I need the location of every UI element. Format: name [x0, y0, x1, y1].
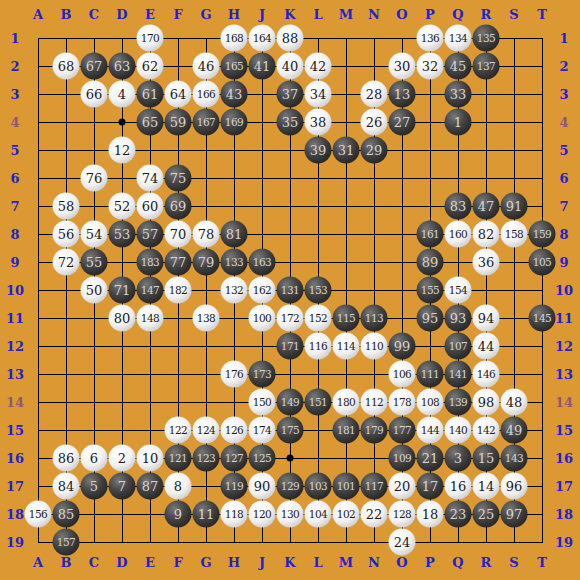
column-label-top-b: B [61, 8, 72, 21]
move-number: 94 [478, 312, 495, 325]
stone-black-c9-move-55: 55 [81, 249, 108, 276]
stone-white-k11-move-172: 172 [277, 305, 304, 332]
stone-black-q7-move-83: 83 [445, 193, 472, 220]
stone-white-r11-move-94: 94 [473, 305, 500, 332]
move-number: 78 [198, 228, 215, 241]
stone-black-c17-move-5: 5 [81, 473, 108, 500]
move-number: 14 [478, 480, 495, 493]
move-number: 7 [118, 480, 126, 493]
column-label-bottom-j: J [259, 556, 265, 569]
move-number: 56 [58, 228, 75, 241]
row-label-left-4: 4 [10, 116, 19, 129]
move-number: 82 [478, 228, 495, 241]
stone-black-m11-move-115: 115 [333, 305, 360, 332]
stone-black-p8-move-161: 161 [417, 221, 444, 248]
move-number: 68 [58, 60, 75, 73]
stone-black-h9-move-133: 133 [221, 249, 248, 276]
move-number: 15 [478, 452, 495, 465]
move-number: 159 [533, 229, 552, 240]
stone-black-e17-move-87: 87 [137, 473, 164, 500]
move-number: 80 [114, 312, 131, 325]
star-point-d4 [119, 119, 126, 126]
move-number: 3 [454, 452, 462, 465]
move-number: 118 [225, 509, 244, 520]
stone-black-o12-move-99: 99 [389, 333, 416, 360]
column-label-bottom-h: H [228, 556, 240, 569]
move-number: 12 [114, 144, 131, 157]
stone-white-e6-move-74: 74 [137, 165, 164, 192]
move-number: 101 [337, 481, 356, 492]
stone-white-b2-move-68: 68 [53, 53, 80, 80]
move-number: 9 [174, 508, 182, 521]
move-number: 30 [394, 60, 411, 73]
stone-black-p11-move-95: 95 [417, 305, 444, 332]
move-number: 113 [365, 313, 384, 324]
column-label-top-k: K [284, 8, 295, 21]
stone-black-h2-move-165: 165 [221, 53, 248, 80]
move-number: 91 [506, 200, 523, 213]
move-number: 126 [225, 425, 244, 436]
move-number: 127 [225, 453, 244, 464]
stone-black-k14-move-149: 149 [277, 389, 304, 416]
stone-black-n5-move-29: 29 [361, 137, 388, 164]
move-number: 32 [422, 60, 439, 73]
move-number: 28 [366, 88, 383, 101]
column-label-bottom-c: C [89, 556, 99, 569]
move-number: 50 [86, 284, 103, 297]
move-number: 96 [506, 480, 523, 493]
move-number: 97 [506, 508, 523, 521]
move-number: 175 [281, 425, 300, 436]
column-label-top-p: P [425, 8, 435, 21]
move-number: 164 [253, 33, 272, 44]
stone-black-r7-move-47: 47 [473, 193, 500, 220]
stone-black-h17-move-119: 119 [221, 473, 248, 500]
move-number: 106 [393, 369, 412, 380]
move-number: 112 [365, 397, 384, 408]
move-number: 148 [141, 313, 160, 324]
stone-white-l12-move-116: 116 [305, 333, 332, 360]
move-number: 171 [281, 341, 300, 352]
stone-black-k17-move-129: 129 [277, 473, 304, 500]
move-number: 22 [366, 508, 383, 521]
row-label-right-5: 5 [559, 144, 568, 157]
stone-black-d17-move-7: 7 [109, 473, 136, 500]
move-number: 155 [421, 285, 440, 296]
stone-black-q14-move-139: 139 [445, 389, 472, 416]
row-label-right-12: 12 [555, 340, 573, 353]
stone-white-d16-move-2: 2 [109, 445, 136, 472]
move-number: 182 [169, 285, 188, 296]
stone-white-r8-move-82: 82 [473, 221, 500, 248]
stone-white-o14-move-178: 178 [389, 389, 416, 416]
stone-white-h15-move-126: 126 [221, 417, 248, 444]
move-number: 123 [197, 453, 216, 464]
stone-black-t8-move-159: 159 [529, 221, 556, 248]
move-number: 47 [478, 200, 495, 213]
stone-white-p15-move-144: 144 [417, 417, 444, 444]
column-label-bottom-o: O [396, 556, 407, 569]
move-number: 23 [450, 508, 467, 521]
stone-black-e3-move-61: 61 [137, 81, 164, 108]
stone-black-o3-move-13: 13 [389, 81, 416, 108]
move-number: 151 [309, 397, 328, 408]
stone-white-b17-move-84: 84 [53, 473, 80, 500]
move-number: 145 [533, 313, 552, 324]
move-number: 173 [253, 369, 272, 380]
stone-black-f18-move-9: 9 [165, 501, 192, 528]
stone-white-j10-move-162: 162 [249, 277, 276, 304]
stone-white-q1-move-134: 134 [445, 25, 472, 52]
move-number: 124 [197, 425, 216, 436]
move-number: 120 [253, 509, 272, 520]
column-label-bottom-s: S [509, 556, 518, 569]
stone-black-e10-move-147: 147 [137, 277, 164, 304]
move-number: 181 [337, 425, 356, 436]
move-number: 24 [394, 536, 411, 549]
move-number: 85 [58, 508, 75, 521]
move-number: 41 [254, 60, 271, 73]
move-number: 172 [281, 313, 300, 324]
stone-black-f9-move-77: 77 [165, 249, 192, 276]
stone-black-o15-move-177: 177 [389, 417, 416, 444]
column-label-top-j: J [259, 8, 265, 21]
stone-black-j13-move-173: 173 [249, 361, 276, 388]
move-number: 183 [141, 257, 160, 268]
move-number: 39 [310, 144, 327, 157]
stone-black-m15-move-181: 181 [333, 417, 360, 444]
stone-black-f7-move-69: 69 [165, 193, 192, 220]
move-number: 61 [142, 88, 159, 101]
stone-black-t9-move-105: 105 [529, 249, 556, 276]
move-number: 74 [142, 172, 159, 185]
stone-black-f6-move-75: 75 [165, 165, 192, 192]
stone-white-e16-move-10: 10 [137, 445, 164, 472]
move-number: 16 [450, 480, 467, 493]
move-number: 133 [225, 257, 244, 268]
stone-white-d11-move-80: 80 [109, 305, 136, 332]
move-number: 48 [506, 396, 523, 409]
move-number: 31 [338, 144, 355, 157]
move-number: 167 [197, 117, 216, 128]
stone-white-k1-move-88: 88 [277, 25, 304, 52]
grid-vline-M [346, 38, 347, 543]
stone-black-h16-move-127: 127 [221, 445, 248, 472]
row-label-left-1: 1 [10, 32, 19, 45]
stone-white-e11-move-148: 148 [137, 305, 164, 332]
stone-black-e4-move-65: 65 [137, 109, 164, 136]
move-number: 49 [506, 424, 523, 437]
stone-black-m17-move-101: 101 [333, 473, 360, 500]
column-label-bottom-p: P [425, 556, 435, 569]
move-number: 163 [253, 257, 272, 268]
move-number: 143 [505, 453, 524, 464]
stone-black-r1-move-135: 135 [473, 25, 500, 52]
row-label-right-14: 14 [555, 396, 573, 409]
stone-black-k15-move-175: 175 [277, 417, 304, 444]
stone-white-j1-move-164: 164 [249, 25, 276, 52]
stone-white-h13-move-176: 176 [221, 361, 248, 388]
move-number: 11 [198, 508, 215, 521]
move-number: 45 [450, 60, 467, 73]
stone-white-e1-move-170: 170 [137, 25, 164, 52]
move-number: 109 [393, 453, 412, 464]
column-label-top-d: D [116, 8, 127, 21]
column-label-top-l: L [313, 8, 322, 21]
stone-black-d8-move-53: 53 [109, 221, 136, 248]
stone-white-s8-move-158: 158 [501, 221, 528, 248]
stone-white-s17-move-96: 96 [501, 473, 528, 500]
stone-white-b7-move-58: 58 [53, 193, 80, 220]
move-number: 136 [421, 33, 440, 44]
column-label-bottom-r: R [481, 556, 492, 569]
stone-white-o13-move-106: 106 [389, 361, 416, 388]
column-label-top-f: F [173, 8, 182, 21]
move-number: 166 [197, 89, 216, 100]
stone-white-l4-move-38: 38 [305, 109, 332, 136]
row-label-left-13: 13 [6, 368, 24, 381]
move-number: 69 [170, 200, 187, 213]
stone-black-t11-move-145: 145 [529, 305, 556, 332]
move-number: 169 [225, 117, 244, 128]
stone-black-b18-move-85: 85 [53, 501, 80, 528]
stone-white-j15-move-174: 174 [249, 417, 276, 444]
grid-hline-19 [38, 542, 543, 543]
move-number: 35 [282, 116, 299, 129]
column-label-bottom-q: Q [452, 556, 463, 569]
move-number: 98 [478, 396, 495, 409]
stone-black-l17-move-103: 103 [305, 473, 332, 500]
move-number: 176 [225, 369, 244, 380]
column-label-top-m: M [339, 8, 353, 21]
move-number: 142 [477, 425, 496, 436]
stone-black-p9-move-89: 89 [417, 249, 444, 276]
move-number: 140 [449, 425, 468, 436]
move-number: 144 [421, 425, 440, 436]
move-number: 174 [253, 425, 272, 436]
stone-white-f10-move-182: 182 [165, 277, 192, 304]
row-label-right-16: 16 [555, 452, 573, 465]
stone-white-d7-move-52: 52 [109, 193, 136, 220]
stone-white-r9-move-36: 36 [473, 249, 500, 276]
stone-black-e9-move-183: 183 [137, 249, 164, 276]
row-label-right-15: 15 [555, 424, 573, 437]
move-number: 150 [253, 397, 272, 408]
move-number: 64 [170, 88, 187, 101]
move-number: 18 [422, 508, 439, 521]
stone-white-j14-move-150: 150 [249, 389, 276, 416]
move-number: 40 [282, 60, 299, 73]
stone-white-q17-move-16: 16 [445, 473, 472, 500]
stone-white-r14-move-98: 98 [473, 389, 500, 416]
move-number: 87 [142, 480, 159, 493]
move-number: 122 [169, 425, 188, 436]
row-label-right-18: 18 [555, 508, 573, 521]
move-number: 103 [309, 481, 328, 492]
stone-black-b19-move-157: 157 [53, 529, 80, 556]
move-number: 5 [90, 480, 98, 493]
move-number: 158 [505, 229, 524, 240]
stone-white-d5-move-12: 12 [109, 137, 136, 164]
column-label-top-e: E [145, 8, 155, 21]
move-number: 2 [118, 452, 126, 465]
stone-white-c6-move-76: 76 [81, 165, 108, 192]
move-number: 128 [393, 509, 412, 520]
move-number: 132 [225, 285, 244, 296]
move-number: 157 [57, 537, 76, 548]
stone-black-s15-move-49: 49 [501, 417, 528, 444]
row-label-left-17: 17 [6, 480, 24, 493]
stone-white-l2-move-42: 42 [305, 53, 332, 80]
row-label-right-3: 3 [559, 88, 568, 101]
move-number: 63 [114, 60, 131, 73]
move-number: 25 [478, 508, 495, 521]
stone-black-q4-move-1: 1 [445, 109, 472, 136]
move-number: 44 [478, 340, 495, 353]
stone-white-b16-move-86: 86 [53, 445, 80, 472]
stone-white-a18-move-156: 156 [25, 501, 52, 528]
stone-black-h4-move-169: 169 [221, 109, 248, 136]
row-label-right-9: 9 [559, 256, 568, 269]
stone-black-k12-move-171: 171 [277, 333, 304, 360]
stone-black-r16-move-15: 15 [473, 445, 500, 472]
stone-black-j16-move-125: 125 [249, 445, 276, 472]
move-number: 10 [142, 452, 159, 465]
stone-black-l5-move-39: 39 [305, 137, 332, 164]
stone-black-q12-move-107: 107 [445, 333, 472, 360]
move-number: 20 [394, 480, 411, 493]
move-number: 60 [142, 200, 159, 213]
row-label-left-8: 8 [10, 228, 19, 241]
move-number: 114 [337, 341, 356, 352]
move-number: 57 [142, 228, 159, 241]
move-number: 95 [422, 312, 439, 325]
column-label-bottom-b: B [61, 556, 72, 569]
stone-black-n17-move-117: 117 [361, 473, 388, 500]
stone-black-p17-move-17: 17 [417, 473, 444, 500]
stone-white-f8-move-70: 70 [165, 221, 192, 248]
stone-black-d2-move-63: 63 [109, 53, 136, 80]
column-label-bottom-f: F [173, 556, 182, 569]
move-number: 149 [281, 397, 300, 408]
move-number: 8 [174, 480, 182, 493]
move-number: 59 [170, 116, 187, 129]
stone-white-f17-move-8: 8 [165, 473, 192, 500]
stone-white-b9-move-72: 72 [53, 249, 80, 276]
move-number: 137 [477, 61, 496, 72]
stone-white-g15-move-124: 124 [193, 417, 220, 444]
move-number: 29 [366, 144, 383, 157]
move-number: 77 [170, 256, 187, 269]
row-label-left-12: 12 [6, 340, 24, 353]
move-number: 165 [225, 61, 244, 72]
stone-black-n15-move-179: 179 [361, 417, 388, 444]
stone-white-n3-move-28: 28 [361, 81, 388, 108]
move-number: 152 [309, 313, 328, 324]
row-label-left-19: 19 [6, 536, 24, 549]
stone-black-r18-move-25: 25 [473, 501, 500, 528]
move-number: 139 [449, 397, 468, 408]
row-label-left-10: 10 [6, 284, 24, 297]
row-label-right-11: 11 [555, 312, 573, 325]
stone-black-g16-move-123: 123 [193, 445, 220, 472]
move-number: 179 [365, 425, 384, 436]
stone-black-j2-move-41: 41 [249, 53, 276, 80]
move-number: 160 [449, 229, 468, 240]
stone-black-c2-move-67: 67 [81, 53, 108, 80]
move-number: 76 [86, 172, 103, 185]
row-label-left-18: 18 [6, 508, 24, 521]
stone-white-b8-move-56: 56 [53, 221, 80, 248]
stone-white-n18-move-22: 22 [361, 501, 388, 528]
row-label-left-15: 15 [6, 424, 24, 437]
stone-white-h18-move-118: 118 [221, 501, 248, 528]
stone-black-k3-move-37: 37 [277, 81, 304, 108]
stone-white-q10-move-154: 154 [445, 277, 472, 304]
stone-black-f16-move-121: 121 [165, 445, 192, 472]
stone-white-r17-move-14: 14 [473, 473, 500, 500]
move-number: 153 [309, 285, 328, 296]
row-label-left-7: 7 [10, 200, 19, 213]
move-number: 21 [422, 452, 439, 465]
move-number: 58 [58, 200, 75, 213]
move-number: 43 [226, 88, 243, 101]
column-label-top-t: T [537, 8, 547, 21]
stone-black-g18-move-11: 11 [193, 501, 220, 528]
move-number: 1 [454, 116, 462, 129]
stone-white-r13-move-146: 146 [473, 361, 500, 388]
stone-black-h8-move-81: 81 [221, 221, 248, 248]
move-number: 121 [169, 453, 188, 464]
move-number: 75 [170, 172, 187, 185]
stone-black-r2-move-137: 137 [473, 53, 500, 80]
row-label-left-16: 16 [6, 452, 24, 465]
stone-black-q16-move-3: 3 [445, 445, 472, 472]
stone-white-p1-move-136: 136 [417, 25, 444, 52]
stone-white-o17-move-20: 20 [389, 473, 416, 500]
stone-white-m14-move-180: 180 [333, 389, 360, 416]
row-label-right-2: 2 [559, 60, 568, 73]
row-label-left-9: 9 [10, 256, 19, 269]
move-number: 147 [141, 285, 160, 296]
stone-white-e2-move-62: 62 [137, 53, 164, 80]
move-number: 67 [86, 60, 103, 73]
stone-white-c16-move-6: 6 [81, 445, 108, 472]
move-number: 86 [58, 452, 75, 465]
move-number: 111 [421, 369, 440, 380]
column-label-bottom-d: D [116, 556, 127, 569]
stone-white-o19-move-24: 24 [389, 529, 416, 556]
stone-white-r15-move-142: 142 [473, 417, 500, 444]
stone-black-q11-move-93: 93 [445, 305, 472, 332]
stone-white-l11-move-152: 152 [305, 305, 332, 332]
move-number: 17 [422, 480, 439, 493]
stone-white-g8-move-78: 78 [193, 221, 220, 248]
move-number: 161 [421, 229, 440, 240]
column-label-bottom-g: G [200, 556, 211, 569]
move-number: 36 [478, 256, 495, 269]
row-label-right-10: 10 [555, 284, 573, 297]
move-number: 177 [393, 425, 412, 436]
move-number: 135 [477, 33, 496, 44]
move-number: 141 [449, 369, 468, 380]
stone-white-q8-move-160: 160 [445, 221, 472, 248]
stone-white-q15-move-140: 140 [445, 417, 472, 444]
stone-black-k10-move-131: 131 [277, 277, 304, 304]
move-number: 104 [309, 509, 328, 520]
move-number: 34 [310, 88, 327, 101]
stone-white-m12-move-114: 114 [333, 333, 360, 360]
